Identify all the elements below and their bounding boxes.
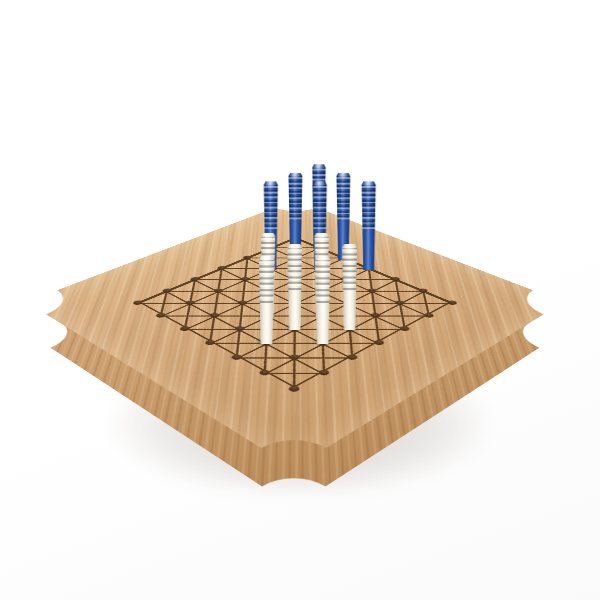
- board-hole-4-6[interactable]: [230, 354, 244, 361]
- board-hole-2-6[interactable]: [178, 325, 191, 332]
- board-hole-6-5[interactable]: [317, 369, 331, 377]
- blue-peg-3-0[interactable]: [361, 181, 376, 271]
- board-hole-1-4[interactable]: [212, 288, 224, 294]
- white-peg-4-4[interactable]: [287, 244, 303, 332]
- white-peg-5-4[interactable]: [315, 256, 331, 346]
- board-hole-0-5[interactable]: [161, 288, 173, 294]
- board-hole-0-3[interactable]: [216, 265, 228, 270]
- board-hole-4-0[interactable]: [389, 276, 401, 281]
- white-peg-4-5[interactable]: [258, 256, 274, 346]
- board-hole-1-6[interactable]: [154, 312, 167, 318]
- board-hole-6-1[interactable]: [422, 312, 435, 318]
- board-hole-5-5[interactable]: [287, 354, 301, 361]
- board-hole-6-6[interactable]: [287, 385, 302, 393]
- board-hole-6-0[interactable]: [446, 300, 459, 306]
- board-hole-0-4[interactable]: [189, 276, 201, 281]
- board-hole-6-3[interactable]: [372, 339, 386, 346]
- board-hole-0-6[interactable]: [131, 300, 144, 306]
- board-hole-3-5[interactable]: [233, 325, 246, 332]
- board-hole-2-4[interactable]: [236, 300, 249, 306]
- photo-scene: [0, 0, 600, 600]
- board-hole-5-6[interactable]: [258, 369, 272, 377]
- board-hole-3-6[interactable]: [203, 339, 217, 346]
- product-photo: [0, 0, 600, 600]
- board-hole-1-3[interactable]: [239, 276, 251, 281]
- board-hole-5-0[interactable]: [417, 288, 429, 294]
- board-hole-5-2[interactable]: [369, 312, 382, 318]
- board-hole-6-4[interactable]: [345, 354, 359, 361]
- white-peg-5-3[interactable]: [342, 244, 358, 332]
- board-hole-1-5[interactable]: [184, 300, 197, 306]
- board-hole-4-1[interactable]: [366, 288, 378, 294]
- board-hole-5-1[interactable]: [393, 300, 406, 306]
- board-hole-6-2[interactable]: [398, 325, 411, 332]
- board-hole-2-5[interactable]: [208, 312, 221, 318]
- game-board: [26, 200, 563, 468]
- board-hole-0-2[interactable]: [242, 255, 254, 260]
